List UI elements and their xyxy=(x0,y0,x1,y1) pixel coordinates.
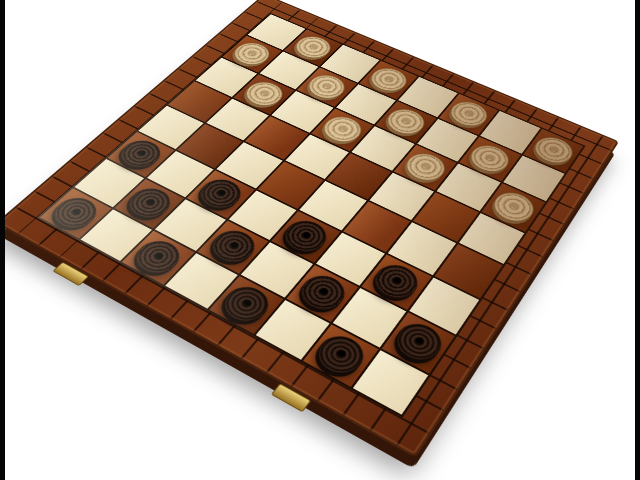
photo-stage: ⛀⛀⛀⛀⛀⛀⛀⛀⛀⛀⛀⛀⛂⛂⛂⛂⛂⛂⛂⛂⛂⛂⛂⛂ xyxy=(0,0,640,480)
checkers-board: ⛀⛀⛀⛀⛀⛀⛀⛀⛀⛀⛀⛀⛂⛂⛂⛂⛂⛂⛂⛂⛂⛂⛂⛂ xyxy=(0,0,619,458)
letterbox-left xyxy=(0,0,5,480)
board-grid: ⛀⛀⛀⛀⛀⛀⛀⛀⛀⛀⛀⛀⛂⛂⛂⛂⛂⛂⛂⛂⛂⛂⛂⛂ xyxy=(37,13,586,418)
letterbox-right xyxy=(635,0,640,480)
checker-light[interactable]: ⛀ xyxy=(529,132,578,168)
hinge-icon xyxy=(53,262,90,287)
hinge-icon xyxy=(271,383,311,412)
